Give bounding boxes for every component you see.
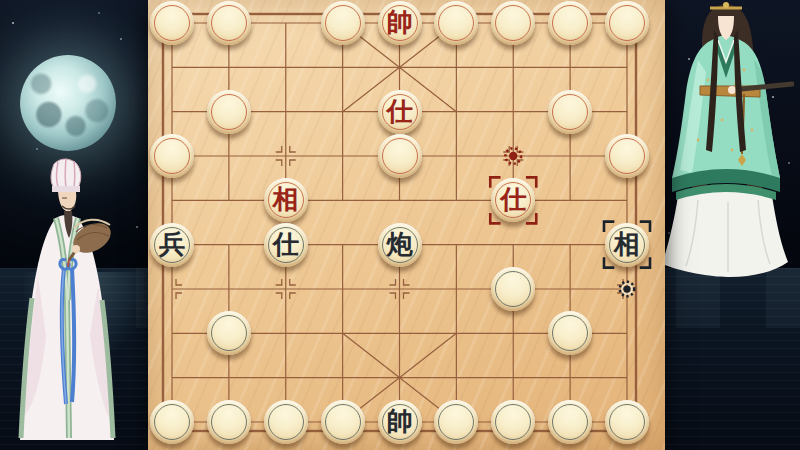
moon bbox=[20, 55, 116, 151]
xiangqi-board: 帥仕相仕兵仕炮相帥 bbox=[148, 0, 665, 450]
lady-character-illustration bbox=[658, 0, 794, 278]
night-scene-background: 帥仕相仕兵仕炮相帥 bbox=[0, 0, 800, 450]
scholar-character-illustration bbox=[14, 156, 120, 450]
move-markers-overlay bbox=[148, 0, 665, 450]
stars bbox=[0, 0, 2, 2]
